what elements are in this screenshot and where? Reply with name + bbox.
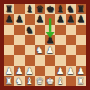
piece-white-knight[interactable]: ♞ bbox=[36, 45, 44, 55]
square-f7[interactable]: ♟ bbox=[55, 14, 65, 24]
piece-black-pawn[interactable]: ♟ bbox=[36, 14, 44, 24]
square-e7[interactable] bbox=[45, 14, 55, 24]
square-f8[interactable]: ♝ bbox=[55, 4, 65, 14]
square-b6[interactable] bbox=[14, 25, 24, 35]
chess-board-frame: ♜♝♛♚♝♞♜♟♟♟♟♟♟♞♟♞♟♟♟♟♟♟♟♜♞♝♛♚♝♜ bbox=[0, 0, 90, 90]
piece-black-pawn[interactable]: ♟ bbox=[67, 14, 75, 24]
square-g1[interactable] bbox=[66, 76, 76, 86]
square-a5[interactable] bbox=[4, 35, 14, 45]
piece-black-pawn[interactable]: ♟ bbox=[77, 14, 85, 24]
square-b7[interactable]: ♟ bbox=[14, 14, 24, 24]
square-b5[interactable] bbox=[14, 35, 24, 45]
square-h8[interactable]: ♜ bbox=[76, 4, 86, 14]
piece-white-bishop[interactable]: ♝ bbox=[56, 76, 64, 86]
square-b3[interactable] bbox=[14, 55, 24, 65]
square-e3[interactable] bbox=[45, 55, 55, 65]
square-h1[interactable]: ♜ bbox=[76, 76, 86, 86]
piece-black-knight[interactable]: ♞ bbox=[26, 25, 34, 35]
square-e1[interactable]: ♚ bbox=[45, 76, 55, 86]
square-g5[interactable] bbox=[66, 35, 76, 45]
piece-white-pawn[interactable]: ♟ bbox=[77, 66, 85, 76]
square-g4[interactable] bbox=[66, 45, 76, 55]
piece-white-bishop[interactable]: ♝ bbox=[26, 76, 34, 86]
piece-black-knight[interactable]: ♞ bbox=[67, 4, 75, 14]
square-g3[interactable] bbox=[66, 55, 76, 65]
square-a6[interactable] bbox=[4, 25, 14, 35]
square-f3[interactable] bbox=[55, 55, 65, 65]
square-d3[interactable] bbox=[35, 55, 45, 65]
square-d8[interactable]: ♛ bbox=[35, 4, 45, 14]
square-e2[interactable] bbox=[45, 66, 55, 76]
square-g2[interactable]: ♟ bbox=[66, 66, 76, 76]
piece-black-rook[interactable]: ♜ bbox=[5, 4, 13, 14]
piece-white-pawn[interactable]: ♟ bbox=[56, 66, 64, 76]
square-c5[interactable] bbox=[25, 35, 35, 45]
square-a3[interactable] bbox=[4, 55, 14, 65]
square-c7[interactable] bbox=[25, 14, 35, 24]
piece-white-pawn[interactable]: ♟ bbox=[46, 45, 54, 55]
piece-black-pawn[interactable]: ♟ bbox=[56, 14, 64, 24]
square-g8[interactable]: ♞ bbox=[66, 4, 76, 14]
square-c6[interactable]: ♞ bbox=[25, 25, 35, 35]
square-c4[interactable] bbox=[25, 45, 35, 55]
square-e6[interactable] bbox=[45, 25, 55, 35]
square-h5[interactable] bbox=[76, 35, 86, 45]
piece-white-king[interactable]: ♚ bbox=[46, 76, 54, 86]
square-d2[interactable] bbox=[35, 66, 45, 76]
square-b8[interactable] bbox=[14, 4, 24, 14]
square-h2[interactable]: ♟ bbox=[76, 66, 86, 76]
square-a2[interactable]: ♟ bbox=[4, 66, 14, 76]
square-e4[interactable]: ♟ bbox=[45, 45, 55, 55]
square-g7[interactable]: ♟ bbox=[66, 14, 76, 24]
square-h4[interactable] bbox=[76, 45, 86, 55]
square-f1[interactable]: ♝ bbox=[55, 76, 65, 86]
square-e5[interactable]: ♟ bbox=[45, 35, 55, 45]
piece-white-pawn[interactable]: ♟ bbox=[67, 66, 75, 76]
square-f6[interactable] bbox=[55, 25, 65, 35]
piece-black-king[interactable]: ♚ bbox=[46, 4, 54, 14]
piece-black-bishop[interactable]: ♝ bbox=[26, 4, 34, 14]
piece-black-rook[interactable]: ♜ bbox=[77, 4, 85, 14]
square-h3[interactable] bbox=[76, 55, 86, 65]
square-f2[interactable]: ♟ bbox=[55, 66, 65, 76]
piece-white-rook[interactable]: ♜ bbox=[77, 76, 85, 86]
square-a7[interactable]: ♟ bbox=[4, 14, 14, 24]
piece-white-pawn[interactable]: ♟ bbox=[15, 66, 23, 76]
square-d6[interactable] bbox=[35, 25, 45, 35]
square-d4[interactable]: ♞ bbox=[35, 45, 45, 55]
piece-black-pawn[interactable]: ♟ bbox=[15, 14, 23, 24]
square-a1[interactable]: ♜ bbox=[4, 76, 14, 86]
square-c1[interactable]: ♝ bbox=[25, 76, 35, 86]
square-b4[interactable] bbox=[14, 45, 24, 55]
piece-white-knight[interactable]: ♞ bbox=[15, 76, 23, 86]
piece-black-pawn[interactable]: ♟ bbox=[5, 14, 13, 24]
square-d7[interactable]: ♟ bbox=[35, 14, 45, 24]
square-c3[interactable] bbox=[25, 55, 35, 65]
piece-black-pawn[interactable]: ♟ bbox=[46, 35, 54, 45]
square-f5[interactable] bbox=[55, 35, 65, 45]
piece-black-bishop[interactable]: ♝ bbox=[56, 4, 64, 14]
square-c8[interactable]: ♝ bbox=[25, 4, 35, 14]
square-g6[interactable] bbox=[66, 25, 76, 35]
square-e8[interactable]: ♚ bbox=[45, 4, 55, 14]
square-f4[interactable] bbox=[55, 45, 65, 55]
square-d1[interactable]: ♛ bbox=[35, 76, 45, 86]
piece-white-rook[interactable]: ♜ bbox=[5, 76, 13, 86]
piece-white-pawn[interactable]: ♟ bbox=[26, 66, 34, 76]
square-a4[interactable] bbox=[4, 45, 14, 55]
piece-white-pawn[interactable]: ♟ bbox=[5, 66, 13, 76]
square-a8[interactable]: ♜ bbox=[4, 4, 14, 14]
square-h6[interactable] bbox=[76, 25, 86, 35]
chess-board: ♜♝♛♚♝♞♜♟♟♟♟♟♟♞♟♞♟♟♟♟♟♟♟♜♞♝♛♚♝♜ bbox=[4, 4, 86, 86]
piece-white-queen[interactable]: ♛ bbox=[36, 76, 44, 86]
square-c2[interactable]: ♟ bbox=[25, 66, 35, 76]
square-b2[interactable]: ♟ bbox=[14, 66, 24, 76]
square-b1[interactable]: ♞ bbox=[14, 76, 24, 86]
square-d5[interactable] bbox=[35, 35, 45, 45]
square-h7[interactable]: ♟ bbox=[76, 14, 86, 24]
piece-black-queen[interactable]: ♛ bbox=[36, 4, 44, 14]
